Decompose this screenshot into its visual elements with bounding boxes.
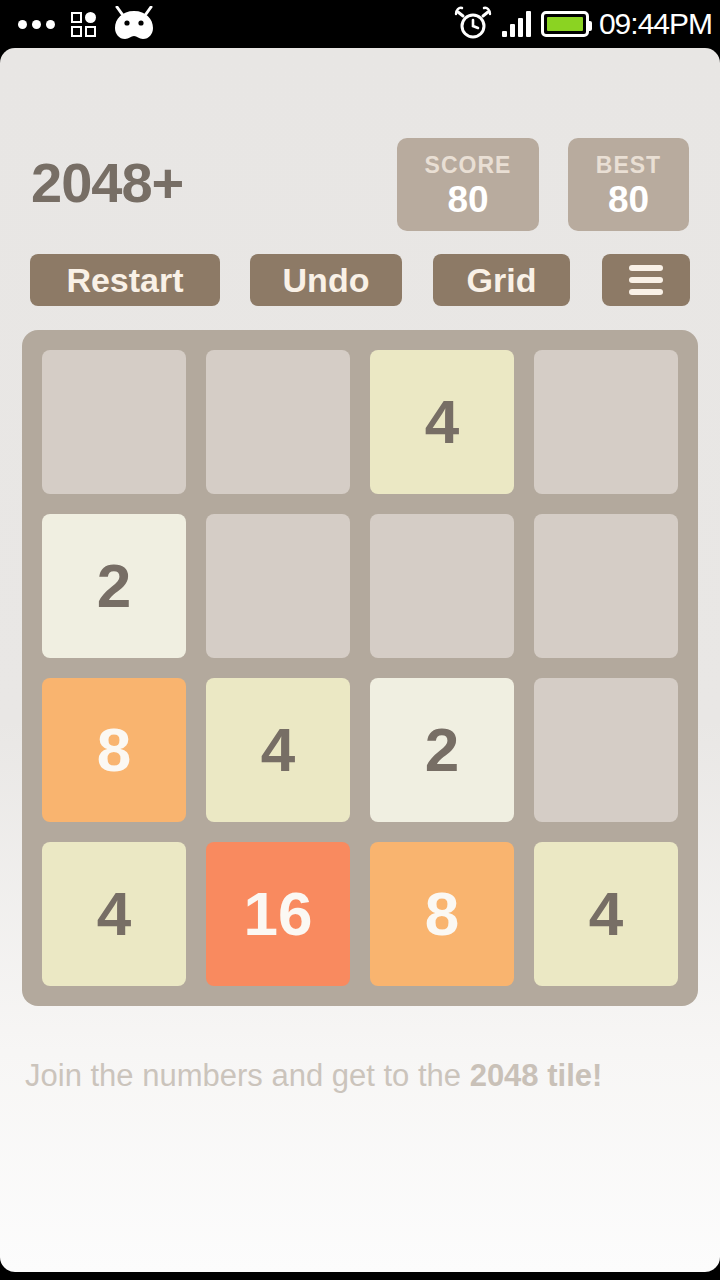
status-time: 09:44PM xyxy=(599,7,712,41)
grid-button[interactable]: Grid xyxy=(433,254,570,306)
signal-bars-icon xyxy=(502,11,531,37)
tile-4: 4 xyxy=(370,350,514,494)
tile-8: 8 xyxy=(42,678,186,822)
tile-4: 4 xyxy=(42,842,186,986)
battery-icon xyxy=(541,11,589,37)
status-bar-right: 09:44PM xyxy=(454,0,712,48)
score-box: SCORE 80 xyxy=(397,138,539,231)
empty-cell xyxy=(206,350,350,494)
board-grid[interactable]: 4284241684 xyxy=(22,330,698,1006)
app-title: 2048+ xyxy=(31,150,183,215)
status-bar-left xyxy=(18,0,156,48)
best-box: BEST 80 xyxy=(568,138,689,231)
alarm-icon xyxy=(454,5,492,43)
hamburger-menu-icon xyxy=(629,265,663,271)
best-value: 80 xyxy=(608,181,649,218)
app-screen: 2048+ SCORE 80 BEST 80 Restart Undo Grid… xyxy=(0,48,720,1272)
tile-4: 4 xyxy=(206,678,350,822)
menu-button[interactable] xyxy=(602,254,690,306)
empty-cell xyxy=(42,350,186,494)
tile-8: 8 xyxy=(370,842,514,986)
tile-16: 16 xyxy=(206,842,350,986)
empty-cell xyxy=(534,350,678,494)
restart-button[interactable]: Restart xyxy=(30,254,220,306)
undo-button[interactable]: Undo xyxy=(250,254,402,306)
score-value: 80 xyxy=(447,181,488,218)
tile-2: 2 xyxy=(42,514,186,658)
more-dots-icon xyxy=(18,20,55,29)
footer-hint: Join the numbers and get to the 2048 til… xyxy=(25,1058,705,1094)
footer-hint-regular: Join the numbers and get to the xyxy=(25,1058,470,1093)
empty-cell xyxy=(534,514,678,658)
empty-cell xyxy=(534,678,678,822)
status-bar: 09:44PM xyxy=(0,0,720,48)
tile-2: 2 xyxy=(370,678,514,822)
empty-cell xyxy=(206,514,350,658)
footer-hint-bold: 2048 tile! xyxy=(470,1058,603,1093)
widgets-grid-icon xyxy=(71,12,96,37)
android-robot-icon xyxy=(112,6,156,42)
score-label: SCORE xyxy=(425,152,512,179)
best-label: BEST xyxy=(596,152,661,179)
tile-4: 4 xyxy=(534,842,678,986)
empty-cell xyxy=(370,514,514,658)
